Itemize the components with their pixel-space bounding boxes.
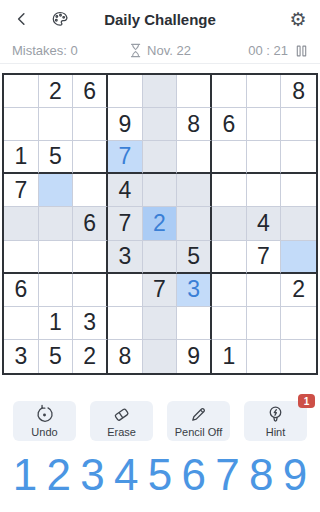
cell-r5c4[interactable]: 7 — [108, 207, 143, 240]
cell-r4c7[interactable] — [212, 174, 247, 207]
cell-r5c8[interactable]: 4 — [247, 207, 282, 240]
cell-r3c9[interactable] — [281, 141, 316, 174]
cell-r8c5[interactable] — [143, 307, 178, 340]
cell-r9c3[interactable]: 2 — [73, 340, 108, 373]
cell-r1c7[interactable] — [212, 75, 247, 108]
cell-r4c2[interactable] — [39, 174, 74, 207]
erase-button[interactable]: Erase — [90, 401, 153, 441]
cell-r1c6[interactable] — [177, 75, 212, 108]
cell-r4c6[interactable] — [177, 174, 212, 207]
cell-r4c1[interactable]: 7 — [4, 174, 39, 207]
undo-button[interactable]: Undo — [13, 401, 76, 441]
numpad-4[interactable]: 4 — [110, 451, 142, 499]
cell-r4c5[interactable] — [143, 174, 178, 207]
cell-r1c2[interactable]: 2 — [39, 75, 74, 108]
cell-r2c8[interactable] — [247, 108, 282, 141]
mistakes-counter: Mistakes: 0 — [12, 43, 78, 58]
cell-r7c1[interactable]: 6 — [4, 274, 39, 307]
undo-label: Undo — [31, 426, 57, 438]
cell-r4c3[interactable] — [73, 174, 108, 207]
cell-r5c5[interactable]: 2 — [143, 207, 178, 240]
erase-label: Erase — [107, 426, 136, 438]
cell-r1c4[interactable] — [108, 75, 143, 108]
pencil-button[interactable]: Pencil Off — [167, 401, 230, 441]
cell-r4c4[interactable]: 4 — [108, 174, 143, 207]
cell-r7c8[interactable] — [247, 274, 282, 307]
cell-r7c9[interactable]: 2 — [281, 274, 316, 307]
cell-r3c4[interactable]: 7 — [108, 141, 143, 174]
cell-r2c2[interactable] — [39, 108, 74, 141]
numpad-6[interactable]: 6 — [178, 451, 210, 499]
cell-r1c1[interactable] — [4, 75, 39, 108]
cell-r7c7[interactable] — [212, 274, 247, 307]
cell-r6c9[interactable] — [281, 241, 316, 274]
cell-r8c9[interactable] — [281, 307, 316, 340]
numpad-5[interactable]: 5 — [144, 451, 176, 499]
numpad-7[interactable]: 7 — [212, 451, 244, 499]
cell-r2c5[interactable] — [143, 108, 178, 141]
cell-r8c6[interactable] — [177, 307, 212, 340]
cell-r1c5[interactable] — [143, 75, 178, 108]
pencil-icon — [188, 404, 209, 425]
numpad-1[interactable]: 1 — [9, 451, 41, 499]
cell-r1c3[interactable]: 6 — [73, 75, 108, 108]
cell-r5c3[interactable]: 6 — [73, 207, 108, 240]
cell-r6c5[interactable] — [143, 241, 178, 274]
hint-badge: 1 — [298, 394, 315, 408]
cell-r7c2[interactable] — [39, 274, 74, 307]
hourglass-icon — [129, 43, 142, 58]
hint-label: Hint — [266, 426, 286, 438]
cell-r7c3[interactable] — [73, 274, 108, 307]
cell-r2c6[interactable]: 8 — [177, 108, 212, 141]
numpad-2[interactable]: 2 — [43, 451, 75, 499]
cell-r8c7[interactable] — [212, 307, 247, 340]
cell-r4c8[interactable] — [247, 174, 282, 207]
numpad-3[interactable]: 3 — [77, 451, 109, 499]
cell-r8c1[interactable] — [4, 307, 39, 340]
cell-r3c5[interactable] — [143, 141, 178, 174]
undo-icon — [34, 404, 55, 425]
cell-r6c3[interactable] — [73, 241, 108, 274]
cell-r6c8[interactable]: 7 — [247, 241, 282, 274]
status-bar: Mistakes: 0 Nov. 22 00 : 21 — [0, 38, 320, 64]
hint-button[interactable]: Hint 1 — [244, 401, 307, 441]
cell-r8c3[interactable]: 3 — [73, 307, 108, 340]
cell-r3c8[interactable] — [247, 141, 282, 174]
cell-r8c2[interactable]: 1 — [39, 307, 74, 340]
cell-r5c1[interactable] — [4, 207, 39, 240]
pause-button[interactable] — [295, 44, 308, 58]
cell-r9c9[interactable] — [281, 340, 316, 373]
cell-r5c6[interactable] — [177, 207, 212, 240]
cell-r4c9[interactable] — [281, 174, 316, 207]
timer: 00 : 21 — [248, 43, 288, 58]
palette-icon — [50, 9, 70, 29]
eraser-icon — [111, 404, 132, 425]
cell-r3c2[interactable]: 5 — [39, 141, 74, 174]
cell-r3c1[interactable]: 1 — [4, 141, 39, 174]
cell-r9c4[interactable]: 8 — [108, 340, 143, 373]
cell-r6c6[interactable]: 5 — [177, 241, 212, 274]
cell-r3c6[interactable] — [177, 141, 212, 174]
numpad-9[interactable]: 9 — [279, 451, 311, 499]
cell-r9c2[interactable]: 5 — [39, 340, 74, 373]
toolbar: Undo Erase Pencil Off Hint 1 — [0, 401, 320, 441]
bulb-icon — [265, 404, 286, 425]
cell-r2c1[interactable] — [4, 108, 39, 141]
back-button[interactable] — [10, 7, 34, 31]
header: Daily Challenge ⚙ — [0, 0, 320, 38]
number-pad: 123456789 — [0, 451, 320, 499]
cell-r5c2[interactable] — [39, 207, 74, 240]
sudoku-board: 268986157746724357673213352891 — [2, 73, 318, 375]
cell-r6c2[interactable] — [39, 241, 74, 274]
cell-r2c3[interactable] — [73, 108, 108, 141]
cell-r2c7[interactable]: 6 — [212, 108, 247, 141]
gear-icon: ⚙ — [289, 10, 306, 29]
challenge-date: Nov. 22 — [147, 43, 191, 58]
cell-r9c6[interactable]: 9 — [177, 340, 212, 373]
cell-r2c9[interactable] — [281, 108, 316, 141]
chevron-left-icon — [13, 10, 31, 28]
cell-r5c7[interactable] — [212, 207, 247, 240]
cell-r6c4[interactable]: 3 — [108, 241, 143, 274]
cell-r2c4[interactable]: 9 — [108, 108, 143, 141]
cell-r6c7[interactable] — [212, 241, 247, 274]
cell-r9c5[interactable] — [143, 340, 178, 373]
numpad-8[interactable]: 8 — [245, 451, 277, 499]
cell-r3c7[interactable] — [212, 141, 247, 174]
cell-r5c9[interactable] — [281, 207, 316, 240]
cell-r9c8[interactable] — [247, 340, 282, 373]
cell-r8c4[interactable] — [108, 307, 143, 340]
cell-r6c1[interactable] — [4, 241, 39, 274]
cell-r8c8[interactable] — [247, 307, 282, 340]
cell-r9c1[interactable]: 3 — [4, 340, 39, 373]
cell-r1c9[interactable]: 8 — [281, 75, 316, 108]
settings-button[interactable]: ⚙ — [286, 7, 310, 31]
cell-r1c8[interactable] — [247, 75, 282, 108]
theme-button[interactable] — [48, 7, 72, 31]
pencil-label: Pencil Off — [175, 426, 223, 438]
cell-r3c3[interactable] — [73, 141, 108, 174]
cell-r7c5[interactable]: 7 — [143, 274, 178, 307]
cell-r9c7[interactable]: 1 — [212, 340, 247, 373]
cell-r7c4[interactable] — [108, 274, 143, 307]
cell-r7c6[interactable]: 3 — [177, 274, 212, 307]
